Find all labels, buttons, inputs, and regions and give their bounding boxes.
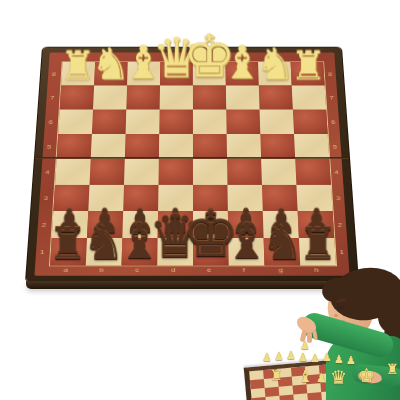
product-image: ♜♞♝♛♚♝♞♜♟♟♟♟♟♟♟♟♜♞♝♛♚♝♞♜ 887766554433221… [0, 0, 400, 400]
inset-piece: ♟ [298, 352, 308, 363]
square-f8: ♝ [225, 62, 258, 85]
square-e5 [193, 134, 227, 159]
inset-piece: ♜ [270, 368, 283, 382]
piece-yellow-knight-g8: ♞ [256, 42, 295, 86]
square-c6 [126, 110, 160, 135]
rank-label-left-3: 3 [43, 196, 48, 202]
square-a7 [60, 86, 94, 110]
piece-brown-rook-h1: ♜ [299, 222, 338, 266]
rank-label-left-6: 6 [48, 120, 53, 125]
rank-label-left-2: 2 [42, 222, 47, 228]
inset-board [244, 352, 400, 400]
square-c4 [124, 159, 159, 185]
square-c7 [126, 86, 160, 110]
square-f6 [226, 110, 260, 135]
file-label-e: e [207, 267, 211, 273]
square-a4 [55, 159, 91, 185]
boy-nose [334, 314, 338, 317]
file-label-d: d [171, 267, 175, 273]
rank-label-left-5: 5 [47, 144, 52, 150]
boy-mouth [336, 320, 345, 324]
boy-right-sleeve [299, 310, 396, 360]
inset-piece: ♚ [358, 366, 375, 385]
piece-brown-knight-g1: ♞ [261, 218, 304, 266]
square-h6 [293, 110, 328, 135]
inset-piece: ♝ [298, 369, 312, 385]
square-f1: ♝ [228, 238, 264, 266]
square-g6 [260, 110, 294, 135]
square-h8: ♜ [291, 62, 325, 85]
square-d7 [160, 86, 193, 110]
rank-label-left-4: 4 [45, 170, 50, 176]
square-f5 [227, 134, 261, 159]
boy-neck [352, 326, 367, 340]
held-piece: ♟ [300, 340, 310, 351]
inset-piece: ♟ [334, 354, 344, 365]
square-c5 [125, 134, 159, 159]
boy-finger [300, 330, 308, 343]
rank-label-right-5: 5 [333, 144, 338, 150]
inset-piece: ♟ [286, 350, 296, 361]
square-d6 [159, 110, 193, 135]
rank-label-right-2: 2 [338, 222, 343, 228]
square-h1: ♜ [299, 238, 336, 266]
inset-piece: ♟ [310, 353, 320, 364]
square-g1: ♞ [264, 238, 301, 266]
inset-piece: ♜ [386, 362, 399, 376]
square-g5 [260, 134, 295, 159]
inset-piece: ♟ [316, 372, 327, 384]
inset-piece: ♟ [322, 352, 332, 363]
square-e7 [193, 86, 226, 110]
rank-label-right-3: 3 [336, 196, 341, 202]
boy-finger [307, 332, 312, 343]
board-outer-frame: ♜♞♝♛♚♝♞♜♟♟♟♟♟♟♟♟♜♞♝♛♚♝♞♜ 887766554433221… [26, 47, 358, 282]
boy-right-hand [294, 313, 319, 336]
fold-seam [35, 157, 349, 159]
file-label-b: b [99, 267, 104, 273]
square-b4 [90, 159, 125, 185]
square-d5 [159, 134, 193, 159]
file-label-h: h [314, 267, 319, 273]
square-d4 [158, 159, 192, 185]
square-b5 [91, 134, 126, 159]
square-e4 [193, 159, 227, 185]
main-board-scene: ♜♞♝♛♚♝♞♜♟♟♟♟♟♟♟♟♜♞♝♛♚♝♞♜ 887766554433221… [22, 0, 362, 290]
boy-hair-curl [384, 322, 400, 348]
file-label-f: f [243, 267, 245, 273]
boy-left-arm [351, 363, 400, 387]
rank-label-right-6: 6 [331, 120, 336, 125]
chess-board: ♜♞♝♛♚♝♞♜♟♟♟♟♟♟♟♟♜♞♝♛♚♝♞♜ 887766554433221… [26, 47, 358, 282]
inset-piece: ♟ [346, 355, 356, 366]
file-label-a: a [63, 267, 68, 273]
rank-label-right-7: 7 [329, 95, 333, 100]
square-f7 [226, 86, 260, 110]
board-grid: ♜♞♝♛♚♝♞♜♟♟♟♟♟♟♟♟♜♞♝♛♚♝♞♜ [49, 61, 337, 266]
file-label-g: g [278, 267, 283, 273]
inset-piece: ♛ [330, 368, 347, 387]
square-b6 [92, 110, 126, 135]
inset-piece: ♟ [274, 351, 284, 362]
square-g4 [261, 159, 296, 185]
boy-finger [312, 330, 318, 341]
square-h7 [292, 86, 326, 110]
file-label-c: c [135, 267, 139, 273]
square-h5 [294, 134, 329, 159]
square-g8: ♞ [258, 62, 292, 85]
piece-yellow-rook-h8: ♜ [290, 45, 326, 85]
boy-sweater [326, 336, 400, 400]
rank-label-right-1: 1 [339, 249, 344, 255]
rank-label-left-8: 8 [52, 72, 56, 77]
inset-piece: ♟ [262, 352, 272, 363]
rank-label-left-1: 1 [40, 249, 45, 255]
board-coordinate-border: ♜♞♝♛♚♝♞♜♟♟♟♟♟♟♟♟♜♞♝♛♚♝♞♜ 887766554433221… [34, 52, 349, 275]
boy-hair-curl [378, 300, 400, 334]
square-a6 [58, 110, 93, 135]
rank-label-right-8: 8 [328, 72, 332, 77]
rank-label-left-7: 7 [50, 95, 54, 100]
boy-eyebrow [336, 298, 347, 303]
square-b7 [93, 86, 127, 110]
rank-label-right-4: 4 [334, 170, 339, 176]
square-e6 [193, 110, 227, 135]
boy-left-hand [357, 369, 382, 384]
board-edge-thickness [26, 281, 358, 289]
square-g7 [259, 86, 293, 110]
square-a5 [57, 134, 92, 159]
square-f4 [227, 159, 262, 185]
boy-hair-curl [368, 276, 400, 320]
boy-eye [337, 305, 345, 309]
square-h4 [295, 159, 331, 185]
